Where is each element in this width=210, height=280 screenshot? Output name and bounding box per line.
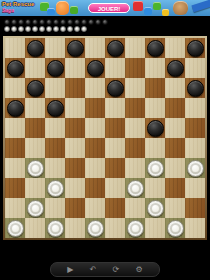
light-piece[interactable] (147, 160, 164, 177)
board-square-r4c10 (185, 98, 205, 118)
tray-light-piece (4, 26, 10, 32)
tray-dark-piece (11, 19, 17, 25)
board-square-r6c5[interactable] (85, 138, 105, 158)
board-square-r1c3 (45, 38, 65, 58)
board-square-r6c3[interactable] (45, 138, 65, 158)
settings-icon[interactable]: ⚙ (136, 266, 143, 274)
board-square-r5c6[interactable] (105, 118, 125, 138)
board-square-r9c6[interactable] (105, 198, 125, 218)
light-piece[interactable] (187, 160, 204, 177)
board-square-r10c3[interactable] (45, 218, 65, 238)
light-piece[interactable] (47, 220, 64, 237)
tray-light-piece (18, 26, 24, 32)
board-square-r9c4[interactable] (65, 198, 85, 218)
board-square-r7c4[interactable] (65, 158, 85, 178)
tray-dark-piece (88, 19, 94, 25)
dark-piece[interactable] (167, 60, 184, 77)
board-square-r8c2 (25, 178, 45, 198)
board-square-r8c8 (145, 178, 165, 198)
tray-light-piece (46, 26, 52, 32)
board-square-r1c1 (5, 38, 25, 58)
board-square-r2c10 (185, 58, 205, 78)
board-square-r6c2 (25, 138, 45, 158)
board-square-r3c7 (125, 78, 145, 98)
board-square-r7c5 (85, 158, 105, 178)
undo-icon[interactable]: ↶ (90, 266, 97, 274)
board-square-r5c2[interactable] (25, 118, 45, 138)
dark-piece[interactable] (27, 80, 44, 97)
tray-dark-piece (95, 19, 101, 25)
dark-piece[interactable] (187, 80, 204, 97)
board-square-r5c10[interactable] (185, 118, 205, 138)
tray-dark-piece (67, 19, 73, 25)
board-square-r4c4 (65, 98, 85, 118)
board-frame (2, 35, 208, 241)
dark-piece[interactable] (7, 100, 24, 117)
board-square-r7c7 (125, 158, 145, 178)
board-square-r8c6 (105, 178, 125, 198)
board-square-r6c10 (185, 138, 205, 158)
board-square-r2c7[interactable] (125, 58, 145, 78)
light-piece[interactable] (7, 220, 24, 237)
board-square-r1c2[interactable] (25, 38, 45, 58)
board-square-r4c3[interactable] (45, 98, 65, 118)
light-pieces-tray (4, 26, 87, 32)
light-piece[interactable] (47, 180, 64, 197)
dark-piece[interactable] (27, 40, 44, 57)
board-square-r1c10[interactable] (185, 38, 205, 58)
tray-light-piece (25, 26, 31, 32)
yellow-block-decoration (162, 9, 169, 16)
board-square-r1c5 (85, 38, 105, 58)
board-square-r2c6 (105, 58, 125, 78)
light-piece[interactable] (127, 220, 144, 237)
board-square-r6c6 (105, 138, 125, 158)
dark-piece[interactable] (187, 40, 204, 57)
board-square-r3c4[interactable] (65, 78, 85, 98)
board-square-r8c7[interactable] (125, 178, 145, 198)
dark-piece[interactable] (147, 40, 164, 57)
game-toolbar: ▶ ↶ ⟳ ⚙ (50, 262, 160, 277)
light-piece[interactable] (127, 180, 144, 197)
tray-dark-piece (32, 19, 38, 25)
dark-pieces-tray (4, 19, 108, 25)
restart-icon[interactable]: ⟳ (113, 266, 120, 274)
board-square-r1c7 (125, 38, 145, 58)
board-square-r4c7[interactable] (125, 98, 145, 118)
board-square-r2c8 (145, 58, 165, 78)
board-square-r7c6[interactable] (105, 158, 125, 178)
tray-dark-piece (74, 19, 80, 25)
board-square-r7c8[interactable] (145, 158, 165, 178)
board-square-r7c10[interactable] (185, 158, 205, 178)
board-square-r3c5 (85, 78, 105, 98)
board-square-r10c9[interactable] (165, 218, 185, 238)
board-square-r7c9 (165, 158, 185, 178)
board-square-r3c9 (165, 78, 185, 98)
board-square-r10c1[interactable] (5, 218, 25, 238)
board-square-r10c8 (145, 218, 165, 238)
board-square-r2c5[interactable] (85, 58, 105, 78)
board-square-r7c1 (5, 158, 25, 178)
board-square-r3c1 (5, 78, 25, 98)
tray-dark-piece (18, 19, 24, 25)
board-square-r4c9[interactable] (165, 98, 185, 118)
tray-dark-piece (102, 19, 108, 25)
board-square-r1c9 (165, 38, 185, 58)
board-square-r6c8 (145, 138, 165, 158)
board-square-r10c10 (185, 218, 205, 238)
pet-rescue-logo: Pet Rescue Saga (2, 1, 34, 13)
board-square-r4c6 (105, 98, 125, 118)
board-square-r5c9 (165, 118, 185, 138)
dark-piece[interactable] (107, 40, 124, 57)
board-square-r3c6[interactable] (105, 78, 125, 98)
tray-light-piece (60, 26, 66, 32)
board-square-r10c2 (25, 218, 45, 238)
board-square-r1c4[interactable] (65, 38, 85, 58)
board-square-r3c10[interactable] (185, 78, 205, 98)
light-piece[interactable] (27, 160, 44, 177)
board-square-r6c1[interactable] (5, 138, 25, 158)
board-square-r5c3 (45, 118, 65, 138)
dark-piece[interactable] (147, 120, 164, 137)
light-piece[interactable] (87, 220, 104, 237)
board-square-r9c8[interactable] (145, 198, 165, 218)
king-logo (191, 0, 210, 12)
board-square-r9c7 (125, 198, 145, 218)
tray-dark-piece (4, 19, 10, 25)
board-square-r4c2 (25, 98, 45, 118)
board-square-r8c10 (185, 178, 205, 198)
tray-light-piece (32, 26, 38, 32)
tray-light-piece (53, 26, 59, 32)
board-square-r8c4 (65, 178, 85, 198)
ad-banner[interactable]: Pet Rescue Saga JOUER! (0, 0, 210, 16)
board-square-r6c9[interactable] (165, 138, 185, 158)
green-block-decoration (153, 2, 161, 10)
board-square-r9c2[interactable] (25, 198, 45, 218)
tray-light-piece (74, 26, 80, 32)
board-square-r4c8 (145, 98, 165, 118)
board-square-r5c8[interactable] (145, 118, 165, 138)
board-square-r6c4 (65, 138, 85, 158)
board-square-r10c6 (105, 218, 125, 238)
tray-dark-piece (25, 19, 31, 25)
dark-piece[interactable] (7, 60, 24, 77)
dark-piece[interactable] (107, 80, 124, 97)
board-square-r2c9[interactable] (165, 58, 185, 78)
light-piece[interactable] (27, 200, 44, 217)
board-square-r2c3[interactable] (45, 58, 65, 78)
tray-dark-piece (39, 19, 45, 25)
board-square-r1c6[interactable] (105, 38, 125, 58)
jouer-button[interactable]: JOUER! (88, 3, 130, 13)
tray-dark-piece (46, 19, 52, 25)
tray-dark-piece (60, 19, 66, 25)
board-square-r8c5[interactable] (85, 178, 105, 198)
board-square-r5c4[interactable] (65, 118, 85, 138)
red-block-decoration (133, 1, 143, 11)
light-piece[interactable] (167, 220, 184, 237)
green-block-decoration (70, 6, 78, 14)
board-square-r5c7 (125, 118, 145, 138)
board-square-r4c1[interactable] (5, 98, 25, 118)
tray-light-piece (11, 26, 17, 32)
board-square-r7c3 (45, 158, 65, 178)
board-square-r5c5 (85, 118, 105, 138)
board-square-r8c1[interactable] (5, 178, 25, 198)
board-square-r9c3 (45, 198, 65, 218)
board-square-r8c3[interactable] (45, 178, 65, 198)
board-square-r2c4 (65, 58, 85, 78)
board-square-r3c3 (45, 78, 65, 98)
board-square-r7c2[interactable] (25, 158, 45, 178)
play-icon[interactable]: ▶ (67, 266, 73, 274)
board-square-r9c9 (165, 198, 185, 218)
board-square-r10c7[interactable] (125, 218, 145, 238)
dark-piece[interactable] (87, 60, 104, 77)
board-square-r3c8[interactable] (145, 78, 165, 98)
board-square-r9c1 (5, 198, 25, 218)
blue-block-decoration (144, 7, 152, 15)
tray-dark-piece (53, 19, 59, 25)
board-square-r4c5[interactable] (85, 98, 105, 118)
board-square-r10c4 (65, 218, 85, 238)
ad-subtitle: Saga (2, 7, 34, 13)
board-square-r5c1 (5, 118, 25, 138)
board-square-r9c10[interactable] (185, 198, 205, 218)
dark-piece[interactable] (47, 60, 64, 77)
blue-block-decoration (47, 8, 55, 15)
tray-dark-piece (81, 19, 87, 25)
board-square-r1c8[interactable] (145, 38, 165, 58)
hamster-character-icon (173, 1, 188, 15)
board-square-r2c1[interactable] (5, 58, 25, 78)
board-square-r6c7[interactable] (125, 138, 145, 158)
board-square-r2c2 (25, 58, 45, 78)
tray-light-piece (81, 26, 87, 32)
dark-piece[interactable] (47, 100, 64, 117)
board-square-r3c2[interactable] (25, 78, 45, 98)
board-square-r10c5[interactable] (85, 218, 105, 238)
dark-piece[interactable] (67, 40, 84, 57)
light-piece[interactable] (147, 200, 164, 217)
cat-character-icon (56, 1, 69, 15)
tray-light-piece (39, 26, 45, 32)
board-square-r8c9[interactable] (165, 178, 185, 198)
board-square-r9c5 (85, 198, 105, 218)
checkers-board (5, 38, 205, 238)
tray-light-piece (67, 26, 73, 32)
